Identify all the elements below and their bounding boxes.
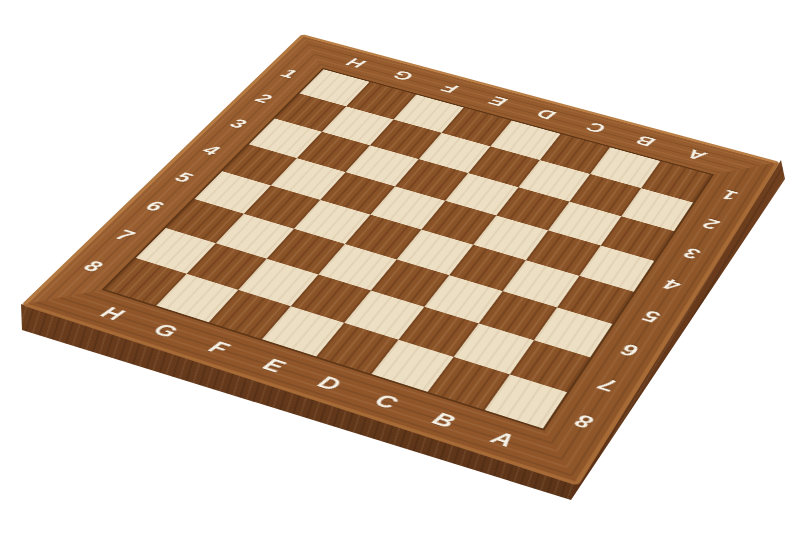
chessboard-top-surface: HGFEDCBAHGFEDCBA1234567812345678 xyxy=(21,34,780,486)
product-photo: HGFEDCBAHGFEDCBA1234567812345678 xyxy=(0,0,800,533)
